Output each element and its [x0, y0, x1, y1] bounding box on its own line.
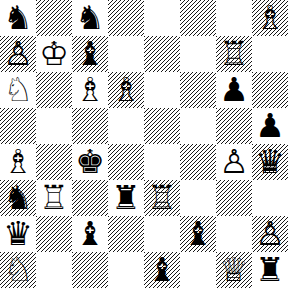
piece-black-knight: ♞ [3, 180, 33, 216]
square-e1[interactable]: ♝ [144, 252, 180, 288]
square-d6[interactable]: ♗ [108, 72, 144, 108]
square-f1[interactable] [180, 252, 216, 288]
piece-black-queen: ♛ [3, 216, 33, 252]
square-e2[interactable] [144, 216, 180, 252]
piece-white-knight: ♘ [3, 72, 33, 108]
square-f2[interactable]: ♝ [180, 216, 216, 252]
square-a4[interactable]: ♗ [0, 144, 36, 180]
square-d1[interactable] [108, 252, 144, 288]
square-d5[interactable] [108, 108, 144, 144]
square-b7[interactable]: ♔ [36, 36, 72, 72]
piece-white-rook: ♖ [147, 180, 177, 216]
square-d3[interactable]: ♜ [108, 180, 144, 216]
piece-white-bishop: ♗ [255, 0, 285, 36]
square-d7[interactable] [108, 36, 144, 72]
square-a1[interactable]: ♘ [0, 252, 36, 288]
square-h1[interactable]: ♜ [252, 252, 288, 288]
square-g4[interactable]: ♙ [216, 144, 252, 180]
square-f8[interactable] [180, 0, 216, 36]
square-h4[interactable]: ♛ [252, 144, 288, 180]
square-f4[interactable] [180, 144, 216, 180]
piece-black-rook: ♜ [255, 252, 285, 288]
square-c7[interactable]: ♝ [72, 36, 108, 72]
square-d4[interactable] [108, 144, 144, 180]
square-b1[interactable] [36, 252, 72, 288]
square-b2[interactable] [36, 216, 72, 252]
square-a8[interactable]: ♞ [0, 0, 36, 36]
piece-white-bishop: ♗ [3, 144, 33, 180]
square-h3[interactable] [252, 180, 288, 216]
piece-white-bishop: ♗ [111, 72, 141, 108]
square-b8[interactable] [36, 0, 72, 36]
square-b3[interactable]: ♖ [36, 180, 72, 216]
square-e6[interactable] [144, 72, 180, 108]
square-a3[interactable]: ♞ [0, 180, 36, 216]
piece-black-bishop: ♝ [183, 216, 213, 252]
square-c5[interactable] [72, 108, 108, 144]
piece-white-queen: ♕ [219, 252, 249, 288]
piece-black-queen: ♛ [255, 144, 285, 180]
piece-black-knight: ♞ [75, 0, 105, 36]
square-c1[interactable] [72, 252, 108, 288]
square-b5[interactable] [36, 108, 72, 144]
square-h8[interactable]: ♗ [252, 0, 288, 36]
square-d2[interactable] [108, 216, 144, 252]
piece-black-pawn: ♟ [219, 72, 249, 108]
square-c3[interactable] [72, 180, 108, 216]
piece-white-knight: ♘ [3, 252, 33, 288]
square-f7[interactable] [180, 36, 216, 72]
square-c4[interactable]: ♚ [72, 144, 108, 180]
square-f5[interactable] [180, 108, 216, 144]
square-g7[interactable]: ♖ [216, 36, 252, 72]
piece-black-rook: ♜ [111, 180, 141, 216]
square-d8[interactable] [108, 0, 144, 36]
square-c6[interactable]: ♗ [72, 72, 108, 108]
square-e3[interactable]: ♖ [144, 180, 180, 216]
piece-white-pawn: ♙ [255, 216, 285, 252]
square-e7[interactable] [144, 36, 180, 72]
square-h6[interactable] [252, 72, 288, 108]
piece-white-pawn: ♙ [219, 144, 249, 180]
piece-black-pawn: ♟ [255, 108, 285, 144]
square-e5[interactable] [144, 108, 180, 144]
square-a6[interactable]: ♘ [0, 72, 36, 108]
square-g6[interactable]: ♟ [216, 72, 252, 108]
piece-white-rook: ♖ [219, 36, 249, 72]
square-e4[interactable] [144, 144, 180, 180]
square-g5[interactable] [216, 108, 252, 144]
square-f3[interactable] [180, 180, 216, 216]
piece-white-king: ♔ [39, 36, 69, 72]
piece-black-bishop: ♝ [147, 252, 177, 288]
chess-board: ♞♞♗♙♔♝♖♘♗♗♟♟♗♚♙♛♞♖♜♖♛♝♝♙♘♝♕♜ [0, 0, 288, 288]
square-g1[interactable]: ♕ [216, 252, 252, 288]
square-b4[interactable] [36, 144, 72, 180]
square-a7[interactable]: ♙ [0, 36, 36, 72]
piece-white-bishop: ♗ [75, 72, 105, 108]
square-c8[interactable]: ♞ [72, 0, 108, 36]
square-g8[interactable] [216, 0, 252, 36]
square-f6[interactable] [180, 72, 216, 108]
square-g3[interactable] [216, 180, 252, 216]
square-a2[interactable]: ♛ [0, 216, 36, 252]
piece-white-rook: ♖ [39, 180, 69, 216]
square-c2[interactable]: ♝ [72, 216, 108, 252]
piece-white-pawn: ♙ [3, 36, 33, 72]
square-b6[interactable] [36, 72, 72, 108]
piece-black-bishop: ♝ [75, 216, 105, 252]
piece-black-knight: ♞ [3, 0, 33, 36]
piece-black-bishop: ♝ [75, 36, 105, 72]
square-e8[interactable] [144, 0, 180, 36]
piece-black-king: ♚ [75, 144, 105, 180]
square-a5[interactable] [0, 108, 36, 144]
square-h7[interactable] [252, 36, 288, 72]
square-h2[interactable]: ♙ [252, 216, 288, 252]
square-g2[interactable] [216, 216, 252, 252]
square-h5[interactable]: ♟ [252, 108, 288, 144]
